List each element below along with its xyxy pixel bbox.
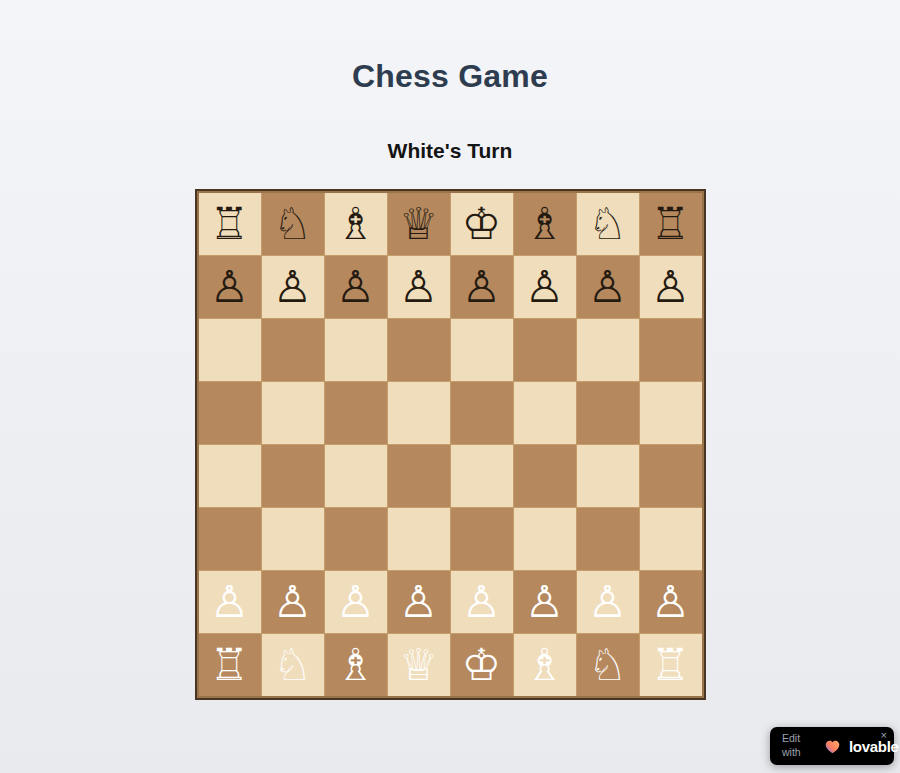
square-b8[interactable]: ♘ <box>262 193 324 255</box>
square-a6[interactable] <box>199 319 261 381</box>
square-g7[interactable]: ♙ <box>577 256 639 318</box>
square-g4[interactable] <box>577 445 639 507</box>
piece-white-rook: ♖ <box>210 643 249 687</box>
piece-black-king: ♔ <box>462 202 501 246</box>
square-f6[interactable] <box>514 319 576 381</box>
chess-board: ♖♘♗♕♔♗♘♖♙♙♙♙♙♙♙♙♙♙♙♙♙♙♙♙♖♘♗♕♔♗♘♖ <box>199 193 702 696</box>
square-e7[interactable]: ♙ <box>451 256 513 318</box>
piece-black-queen: ♕ <box>399 202 438 246</box>
square-d2[interactable]: ♙ <box>388 571 450 633</box>
square-h1[interactable]: ♖ <box>640 634 702 696</box>
piece-white-pawn: ♙ <box>525 580 564 624</box>
square-e5[interactable] <box>451 382 513 444</box>
square-g1[interactable]: ♘ <box>577 634 639 696</box>
square-b3[interactable] <box>262 508 324 570</box>
square-a3[interactable] <box>199 508 261 570</box>
square-e4[interactable] <box>451 445 513 507</box>
square-a1[interactable]: ♖ <box>199 634 261 696</box>
square-g3[interactable] <box>577 508 639 570</box>
square-a5[interactable] <box>199 382 261 444</box>
square-e2[interactable]: ♙ <box>451 571 513 633</box>
square-c2[interactable]: ♙ <box>325 571 387 633</box>
square-h7[interactable]: ♙ <box>640 256 702 318</box>
square-e8[interactable]: ♔ <box>451 193 513 255</box>
piece-white-king: ♔ <box>462 643 501 687</box>
lovable-badge[interactable]: Edit with lovable × <box>770 727 894 765</box>
piece-black-bishop: ♗ <box>525 202 564 246</box>
square-c3[interactable] <box>325 508 387 570</box>
square-f5[interactable] <box>514 382 576 444</box>
piece-white-queen: ♕ <box>399 643 438 687</box>
square-h4[interactable] <box>640 445 702 507</box>
square-f1[interactable]: ♗ <box>514 634 576 696</box>
piece-black-pawn: ♙ <box>525 265 564 309</box>
piece-black-rook: ♖ <box>210 202 249 246</box>
lovable-brand-label: lovable <box>849 738 899 755</box>
square-a2[interactable]: ♙ <box>199 571 261 633</box>
piece-white-pawn: ♙ <box>210 580 249 624</box>
square-f2[interactable]: ♙ <box>514 571 576 633</box>
piece-white-pawn: ♙ <box>399 580 438 624</box>
square-b1[interactable]: ♘ <box>262 634 324 696</box>
square-h2[interactable]: ♙ <box>640 571 702 633</box>
square-c8[interactable]: ♗ <box>325 193 387 255</box>
piece-black-pawn: ♙ <box>273 265 312 309</box>
piece-black-rook: ♖ <box>651 202 690 246</box>
piece-white-bishop: ♗ <box>525 643 564 687</box>
square-d8[interactable]: ♕ <box>388 193 450 255</box>
badge-close-icon[interactable]: × <box>881 728 887 743</box>
square-d4[interactable] <box>388 445 450 507</box>
square-f3[interactable] <box>514 508 576 570</box>
square-c7[interactable]: ♙ <box>325 256 387 318</box>
square-d6[interactable] <box>388 319 450 381</box>
square-c4[interactable] <box>325 445 387 507</box>
piece-black-bishop: ♗ <box>336 202 375 246</box>
square-f4[interactable] <box>514 445 576 507</box>
piece-white-pawn: ♙ <box>651 580 690 624</box>
square-d7[interactable]: ♙ <box>388 256 450 318</box>
square-d3[interactable] <box>388 508 450 570</box>
square-g6[interactable] <box>577 319 639 381</box>
square-d5[interactable] <box>388 382 450 444</box>
square-a4[interactable] <box>199 445 261 507</box>
piece-black-pawn: ♙ <box>462 265 501 309</box>
piece-white-knight: ♘ <box>588 643 627 687</box>
edit-with-label: Edit with <box>782 732 812 759</box>
square-g2[interactable]: ♙ <box>577 571 639 633</box>
square-f8[interactable]: ♗ <box>514 193 576 255</box>
lovable-heart-icon <box>824 739 841 754</box>
chess-board-frame: ♖♘♗♕♔♗♘♖♙♙♙♙♙♙♙♙♙♙♙♙♙♙♙♙♖♘♗♕♔♗♘♖ <box>195 189 706 700</box>
square-b5[interactable] <box>262 382 324 444</box>
piece-white-knight: ♘ <box>273 643 312 687</box>
piece-black-knight: ♘ <box>273 202 312 246</box>
piece-white-pawn: ♙ <box>462 580 501 624</box>
piece-white-pawn: ♙ <box>588 580 627 624</box>
square-e6[interactable] <box>451 319 513 381</box>
piece-black-pawn: ♙ <box>588 265 627 309</box>
piece-black-pawn: ♙ <box>210 265 249 309</box>
piece-white-bishop: ♗ <box>336 643 375 687</box>
page-title: Chess Game <box>0 58 900 95</box>
square-c5[interactable] <box>325 382 387 444</box>
square-a8[interactable]: ♖ <box>199 193 261 255</box>
piece-black-pawn: ♙ <box>336 265 375 309</box>
square-h6[interactable] <box>640 319 702 381</box>
square-h8[interactable]: ♖ <box>640 193 702 255</box>
square-e3[interactable] <box>451 508 513 570</box>
piece-white-rook: ♖ <box>651 643 690 687</box>
square-e1[interactable]: ♔ <box>451 634 513 696</box>
square-a7[interactable]: ♙ <box>199 256 261 318</box>
square-h5[interactable] <box>640 382 702 444</box>
square-c6[interactable] <box>325 319 387 381</box>
piece-black-pawn: ♙ <box>651 265 690 309</box>
square-b7[interactable]: ♙ <box>262 256 324 318</box>
piece-black-knight: ♘ <box>588 202 627 246</box>
piece-white-pawn: ♙ <box>336 580 375 624</box>
square-c1[interactable]: ♗ <box>325 634 387 696</box>
square-h3[interactable] <box>640 508 702 570</box>
square-b6[interactable] <box>262 319 324 381</box>
square-g8[interactable]: ♘ <box>577 193 639 255</box>
square-b4[interactable] <box>262 445 324 507</box>
piece-black-pawn: ♙ <box>399 265 438 309</box>
piece-white-pawn: ♙ <box>273 580 312 624</box>
square-b2[interactable]: ♙ <box>262 571 324 633</box>
square-d1[interactable]: ♕ <box>388 634 450 696</box>
square-g5[interactable] <box>577 382 639 444</box>
turn-indicator: White's Turn <box>0 139 900 163</box>
square-f7[interactable]: ♙ <box>514 256 576 318</box>
